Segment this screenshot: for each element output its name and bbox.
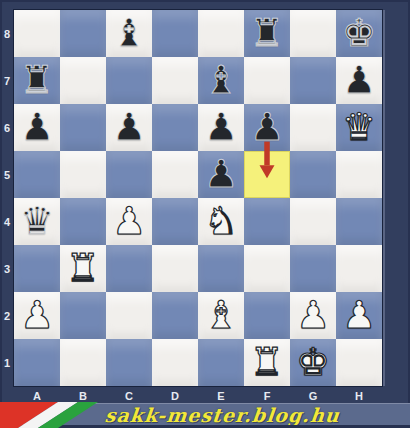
rank-label-6: 6 [0,104,14,151]
piece-white-pawn-g2: ♟ [290,291,336,338]
square-g4 [290,198,336,245]
frame-edge-top [0,0,410,2]
rank-label-4: 4 [0,198,14,245]
piece-black-pawn-e6: ♟ [198,103,244,150]
square-g8 [290,10,336,57]
piece-black-bishop-c8: ♝ [106,9,152,56]
file-label-g: G [290,388,336,403]
square-d3 [152,245,198,292]
square-d6 [152,104,198,151]
file-label-d: D [152,388,198,403]
square-d2 [152,292,198,339]
square-a7: ♜ [14,57,60,104]
square-g6 [290,104,336,151]
file-label-f: F [244,388,290,403]
square-a3 [14,245,60,292]
square-c4: ♟ [106,198,152,245]
square-d8 [152,10,198,57]
square-c1 [106,339,152,386]
piece-black-pawn-a6: ♟ [14,103,60,150]
rank-label-7: 7 [0,57,14,104]
square-d5 [152,151,198,198]
site-watermark: sakk-mester.blog.hu [103,404,340,426]
square-c2 [106,292,152,339]
square-g2: ♟ [290,292,336,339]
hungarian-flag-ribbon [0,402,100,428]
rank-label-2: 2 [0,292,14,339]
square-a4: ♛ [14,198,60,245]
square-b3: ♜ [60,245,106,292]
square-h4 [336,198,382,245]
piece-white-pawn-a2: ♟ [14,291,60,338]
piece-black-rook-f8: ♜ [244,9,290,56]
file-labels: ABCDEFGH [14,388,382,403]
square-f4 [244,198,290,245]
square-e8 [198,10,244,57]
square-f5 [244,151,290,198]
square-h3 [336,245,382,292]
file-label-h: H [336,388,382,403]
piece-white-rook-f1: ♜ [244,338,290,385]
piece-black-pawn-c6: ♟ [106,103,152,150]
piece-black-rook-a7: ♜ [14,56,60,103]
square-b6 [60,104,106,151]
square-b2 [60,292,106,339]
square-c3 [106,245,152,292]
square-e5: ♟ [198,151,244,198]
square-h2: ♟ [336,292,382,339]
file-label-a: A [14,388,60,403]
chess-diagram: 87654321 ♝♜♚♜♝♟♟♟♟♟♛♟♛♟♞♜♟♝♟♟♜♚ ABCDEFGH… [0,0,410,428]
square-e1 [198,339,244,386]
rank-label-3: 3 [0,245,14,292]
piece-white-rook-b3: ♜ [60,244,106,291]
square-g3 [290,245,336,292]
piece-black-pawn-f6: ♟ [244,103,290,150]
piece-black-queen-a4: ♛ [14,197,60,244]
square-c8: ♝ [106,10,152,57]
piece-white-bishop-e2: ♝ [198,291,244,338]
piece-black-pawn-h7: ♟ [336,56,382,103]
square-b8 [60,10,106,57]
piece-white-pawn-c4: ♟ [106,197,152,244]
square-e4: ♞ [198,198,244,245]
square-e6: ♟ [198,104,244,151]
rank-label-1: 1 [0,339,14,386]
square-f7 [244,57,290,104]
square-f6: ♟ [244,104,290,151]
piece-white-king-g1: ♚ [290,338,336,385]
square-d1 [152,339,198,386]
square-a5 [14,151,60,198]
square-b4 [60,198,106,245]
piece-black-bishop-e7: ♝ [198,56,244,103]
square-c6: ♟ [106,104,152,151]
rank-label-8: 8 [0,10,14,57]
square-e3 [198,245,244,292]
square-f1: ♜ [244,339,290,386]
piece-black-king-h8: ♚ [336,9,382,56]
piece-white-knight-e4: ♞ [198,197,244,244]
square-e7: ♝ [198,57,244,104]
square-c5 [106,151,152,198]
square-g1: ♚ [290,339,336,386]
piece-white-queen-h6: ♛ [336,103,382,150]
square-h1 [336,339,382,386]
square-h6: ♛ [336,104,382,151]
file-label-b: B [60,388,106,403]
square-e2: ♝ [198,292,244,339]
square-a6: ♟ [14,104,60,151]
square-f3 [244,245,290,292]
square-b1 [60,339,106,386]
square-a1 [14,339,60,386]
chess-board: ♝♜♚♜♝♟♟♟♟♟♛♟♛♟♞♜♟♝♟♟♜♚ [14,10,382,386]
square-f2 [244,292,290,339]
square-g7 [290,57,336,104]
square-g5 [290,151,336,198]
square-d4 [152,198,198,245]
square-h5 [336,151,382,198]
file-label-e: E [198,388,244,403]
square-d7 [152,57,198,104]
square-c7 [106,57,152,104]
square-a8 [14,10,60,57]
square-b7 [60,57,106,104]
rank-label-5: 5 [0,151,14,198]
square-f8: ♜ [244,10,290,57]
square-h7: ♟ [336,57,382,104]
square-b5 [60,151,106,198]
square-a2: ♟ [14,292,60,339]
piece-white-pawn-h2: ♟ [336,291,382,338]
rank-labels: 87654321 [0,10,14,386]
piece-black-pawn-e5: ♟ [198,150,244,197]
square-h8: ♚ [336,10,382,57]
file-label-c: C [106,388,152,403]
